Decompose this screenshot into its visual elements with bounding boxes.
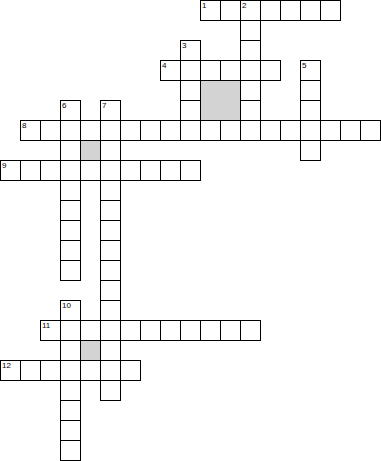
cell-r7c5[interactable]	[100, 140, 121, 161]
cell-r19c5[interactable]	[100, 380, 121, 401]
page: { "game": "crossword", "board": { "rows"…	[0, 0, 381, 461]
cell-r16c12[interactable]	[240, 320, 261, 341]
cell-r6c8[interactable]	[160, 120, 181, 141]
cell-r6c12[interactable]	[240, 120, 261, 141]
cell-r6c11[interactable]	[220, 120, 241, 141]
cell-r17c3[interactable]	[60, 340, 81, 361]
cell-r11c5[interactable]	[100, 220, 121, 241]
cell-r22c3[interactable]	[60, 440, 81, 461]
cell-r3c11[interactable]	[220, 60, 241, 81]
cell-r6c15[interactable]	[300, 120, 321, 141]
cell-r0c15[interactable]	[300, 0, 321, 21]
cell-r18c1[interactable]	[20, 360, 41, 381]
cell-r16c6[interactable]	[120, 320, 141, 341]
cell-r11c3[interactable]	[60, 220, 81, 241]
cell-r18c0[interactable]	[0, 360, 21, 381]
cell-r4c15[interactable]	[300, 80, 321, 101]
cell-r18c2[interactable]	[40, 360, 61, 381]
cell-r2c12[interactable]	[240, 40, 261, 61]
cell-r17c5[interactable]	[100, 340, 121, 361]
cell-r5c5[interactable]	[100, 100, 121, 121]
cell-r8c7[interactable]	[140, 160, 161, 181]
cell-r8c1[interactable]	[20, 160, 41, 181]
cell-r5c3[interactable]	[60, 100, 81, 121]
cell-r16c4[interactable]	[80, 320, 101, 341]
cell-r6c7[interactable]	[140, 120, 161, 141]
cell-r15c5[interactable]	[100, 300, 121, 321]
cell-r15c3[interactable]	[60, 300, 81, 321]
cell-r10c5[interactable]	[100, 200, 121, 221]
shaded-block-r4c10	[200, 80, 241, 121]
cell-r3c9[interactable]	[180, 60, 201, 81]
cell-r3c12[interactable]	[240, 60, 261, 81]
cell-r18c3[interactable]	[60, 360, 81, 381]
cell-r0c10[interactable]	[200, 0, 221, 21]
cell-r8c5[interactable]	[100, 160, 121, 181]
cell-r16c7[interactable]	[140, 320, 161, 341]
cell-r16c8[interactable]	[160, 320, 181, 341]
cell-r7c3[interactable]	[60, 140, 81, 161]
cell-r8c4[interactable]	[80, 160, 101, 181]
cell-r6c16[interactable]	[320, 120, 341, 141]
cell-r0c14[interactable]	[280, 0, 301, 21]
cell-r5c9[interactable]	[180, 100, 201, 121]
cell-r8c2[interactable]	[40, 160, 61, 181]
cell-r8c6[interactable]	[120, 160, 141, 181]
crossword-grid: 123456789101112	[0, 0, 381, 461]
cell-r16c3[interactable]	[60, 320, 81, 341]
cell-r6c5[interactable]	[100, 120, 121, 141]
cell-r14c5[interactable]	[100, 280, 121, 301]
cell-r0c11[interactable]	[220, 0, 241, 21]
cell-r13c3[interactable]	[60, 260, 81, 281]
cell-r6c18[interactable]	[360, 120, 381, 141]
cell-r6c1[interactable]	[20, 120, 41, 141]
cell-r1c12[interactable]	[240, 20, 261, 41]
cell-r16c11[interactable]	[220, 320, 241, 341]
cell-r20c3[interactable]	[60, 400, 81, 421]
shaded-block-r7c4	[80, 140, 101, 161]
cell-r3c15[interactable]	[300, 60, 321, 81]
cell-r9c5[interactable]	[100, 180, 121, 201]
cell-r6c3[interactable]	[60, 120, 81, 141]
cell-r6c9[interactable]	[180, 120, 201, 141]
cell-r4c12[interactable]	[240, 80, 261, 101]
cell-r18c5[interactable]	[100, 360, 121, 381]
cell-r6c17[interactable]	[340, 120, 361, 141]
cell-r8c0[interactable]	[0, 160, 21, 181]
cell-r2c9[interactable]	[180, 40, 201, 61]
cell-r3c13[interactable]	[260, 60, 281, 81]
cell-r16c5[interactable]	[100, 320, 121, 341]
cell-r6c6[interactable]	[120, 120, 141, 141]
cell-r16c10[interactable]	[200, 320, 221, 341]
cell-r4c9[interactable]	[180, 80, 201, 101]
cell-r18c6[interactable]	[120, 360, 141, 381]
cell-r13c5[interactable]	[100, 260, 121, 281]
cell-r6c4[interactable]	[80, 120, 101, 141]
cell-r16c9[interactable]	[180, 320, 201, 341]
cell-r19c3[interactable]	[60, 380, 81, 401]
cell-r6c2[interactable]	[40, 120, 61, 141]
cell-r8c3[interactable]	[60, 160, 81, 181]
cell-r0c13[interactable]	[260, 0, 281, 21]
cell-r16c2[interactable]	[40, 320, 61, 341]
cell-r7c15[interactable]	[300, 140, 321, 161]
cell-r18c4[interactable]	[80, 360, 101, 381]
cell-r3c10[interactable]	[200, 60, 221, 81]
cell-r0c16[interactable]	[320, 0, 341, 21]
cell-r12c3[interactable]	[60, 240, 81, 261]
cell-r8c8[interactable]	[160, 160, 181, 181]
cell-r0c12[interactable]	[240, 0, 261, 21]
cell-r6c14[interactable]	[280, 120, 301, 141]
cell-r6c10[interactable]	[200, 120, 221, 141]
cell-r5c12[interactable]	[240, 100, 261, 121]
cell-r10c3[interactable]	[60, 200, 81, 221]
cell-r8c9[interactable]	[180, 160, 201, 181]
cell-r6c13[interactable]	[260, 120, 281, 141]
cell-r5c15[interactable]	[300, 100, 321, 121]
shaded-block-r17c4	[80, 340, 101, 361]
cell-r3c8[interactable]	[160, 60, 181, 81]
cell-r12c5[interactable]	[100, 240, 121, 261]
cell-r9c3[interactable]	[60, 180, 81, 201]
cell-r21c3[interactable]	[60, 420, 81, 441]
